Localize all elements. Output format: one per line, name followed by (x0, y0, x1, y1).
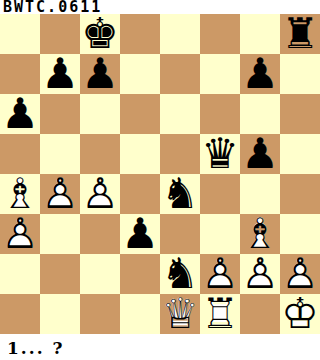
square-g7[interactable]: ♟ (240, 54, 280, 94)
square-h4[interactable] (280, 174, 320, 214)
white-pawn: ♙ (0, 214, 40, 254)
white-pawn: ♙ (80, 174, 120, 214)
square-e7[interactable] (160, 54, 200, 94)
square-g6[interactable] (240, 94, 280, 134)
square-g1[interactable] (240, 294, 280, 334)
square-c5[interactable] (80, 134, 120, 174)
white-pawn: ♙ (40, 174, 80, 214)
move-prompt: 1... ? (0, 334, 320, 360)
white-bishop-fill: ♝ (240, 214, 280, 254)
square-d4[interactable] (120, 174, 160, 214)
chess-puzzle-window: BWTC.0611 ♚♜♟♟♟♟♛♟♝♗♟♙♟♙♞♟♙♟♝♗♞♟♙♟♙♟♙♛♕♜… (0, 0, 320, 360)
square-a2[interactable] (0, 254, 40, 294)
black-queen: ♛ (200, 134, 240, 174)
white-bishop: ♗ (240, 214, 280, 254)
square-e1[interactable]: ♛♕ (160, 294, 200, 334)
square-c6[interactable] (80, 94, 120, 134)
square-b6[interactable] (40, 94, 80, 134)
square-h6[interactable] (280, 94, 320, 134)
square-h1[interactable]: ♚♔ (280, 294, 320, 334)
square-f5[interactable]: ♛ (200, 134, 240, 174)
square-b2[interactable] (40, 254, 80, 294)
black-knight: ♞ (160, 174, 200, 214)
square-e8[interactable] (160, 14, 200, 54)
square-d7[interactable] (120, 54, 160, 94)
white-rook-fill: ♜ (200, 294, 240, 334)
square-b7[interactable]: ♟ (40, 54, 80, 94)
square-f4[interactable] (200, 174, 240, 214)
square-h7[interactable] (280, 54, 320, 94)
square-g3[interactable]: ♝♗ (240, 214, 280, 254)
square-a4[interactable]: ♝♗ (0, 174, 40, 214)
square-b3[interactable] (40, 214, 80, 254)
square-b8[interactable] (40, 14, 80, 54)
square-a3[interactable]: ♟♙ (0, 214, 40, 254)
square-f3[interactable] (200, 214, 240, 254)
white-rook: ♖ (200, 294, 240, 334)
square-e3[interactable] (160, 214, 200, 254)
square-d8[interactable] (120, 14, 160, 54)
white-pawn-fill: ♟ (0, 214, 40, 254)
white-queen: ♕ (160, 294, 200, 334)
square-a8[interactable] (0, 14, 40, 54)
square-h5[interactable] (280, 134, 320, 174)
black-pawn: ♟ (0, 94, 40, 134)
black-pawn: ♟ (80, 54, 120, 94)
square-h3[interactable] (280, 214, 320, 254)
square-g8[interactable] (240, 14, 280, 54)
square-g4[interactable] (240, 174, 280, 214)
square-d6[interactable] (120, 94, 160, 134)
white-pawn-fill: ♟ (80, 174, 120, 214)
chess-board: ♚♜♟♟♟♟♛♟♝♗♟♙♟♙♞♟♙♟♝♗♞♟♙♟♙♟♙♛♕♜♖♚♔ (0, 14, 320, 334)
square-f8[interactable] (200, 14, 240, 54)
white-bishop: ♗ (0, 174, 40, 214)
white-pawn-fill: ♟ (240, 254, 280, 294)
square-b1[interactable] (40, 294, 80, 334)
square-e5[interactable] (160, 134, 200, 174)
square-g5[interactable]: ♟ (240, 134, 280, 174)
black-pawn: ♟ (240, 54, 280, 94)
square-b5[interactable] (40, 134, 80, 174)
square-c4[interactable]: ♟♙ (80, 174, 120, 214)
black-pawn: ♟ (120, 214, 160, 254)
square-d1[interactable] (120, 294, 160, 334)
square-e6[interactable] (160, 94, 200, 134)
black-knight: ♞ (160, 254, 200, 294)
square-g2[interactable]: ♟♙ (240, 254, 280, 294)
square-c8[interactable]: ♚ (80, 14, 120, 54)
square-f7[interactable] (200, 54, 240, 94)
black-rook: ♜ (280, 14, 320, 54)
square-c3[interactable] (80, 214, 120, 254)
white-king-fill: ♚ (280, 294, 320, 334)
white-pawn: ♙ (280, 254, 320, 294)
black-king: ♚ (80, 14, 120, 54)
white-bishop-fill: ♝ (0, 174, 40, 214)
square-a1[interactable] (0, 294, 40, 334)
square-h8[interactable]: ♜ (280, 14, 320, 54)
square-a6[interactable]: ♟ (0, 94, 40, 134)
square-c2[interactable] (80, 254, 120, 294)
white-pawn-fill: ♟ (40, 174, 80, 214)
black-pawn: ♟ (40, 54, 80, 94)
white-pawn: ♙ (200, 254, 240, 294)
white-pawn-fill: ♟ (200, 254, 240, 294)
white-king: ♔ (280, 294, 320, 334)
white-queen-fill: ♛ (160, 294, 200, 334)
black-pawn: ♟ (240, 134, 280, 174)
puzzle-id-label: BWTC.0611 (0, 0, 320, 14)
square-a5[interactable] (0, 134, 40, 174)
square-c7[interactable]: ♟ (80, 54, 120, 94)
white-pawn-fill: ♟ (280, 254, 320, 294)
square-e4[interactable]: ♞ (160, 174, 200, 214)
square-e2[interactable]: ♞ (160, 254, 200, 294)
square-f6[interactable] (200, 94, 240, 134)
white-pawn: ♙ (240, 254, 280, 294)
square-h2[interactable]: ♟♙ (280, 254, 320, 294)
square-a7[interactable] (0, 54, 40, 94)
square-c1[interactable] (80, 294, 120, 334)
square-f1[interactable]: ♜♖ (200, 294, 240, 334)
square-b4[interactable]: ♟♙ (40, 174, 80, 214)
square-d2[interactable] (120, 254, 160, 294)
square-d3[interactable]: ♟ (120, 214, 160, 254)
square-f2[interactable]: ♟♙ (200, 254, 240, 294)
square-d5[interactable] (120, 134, 160, 174)
